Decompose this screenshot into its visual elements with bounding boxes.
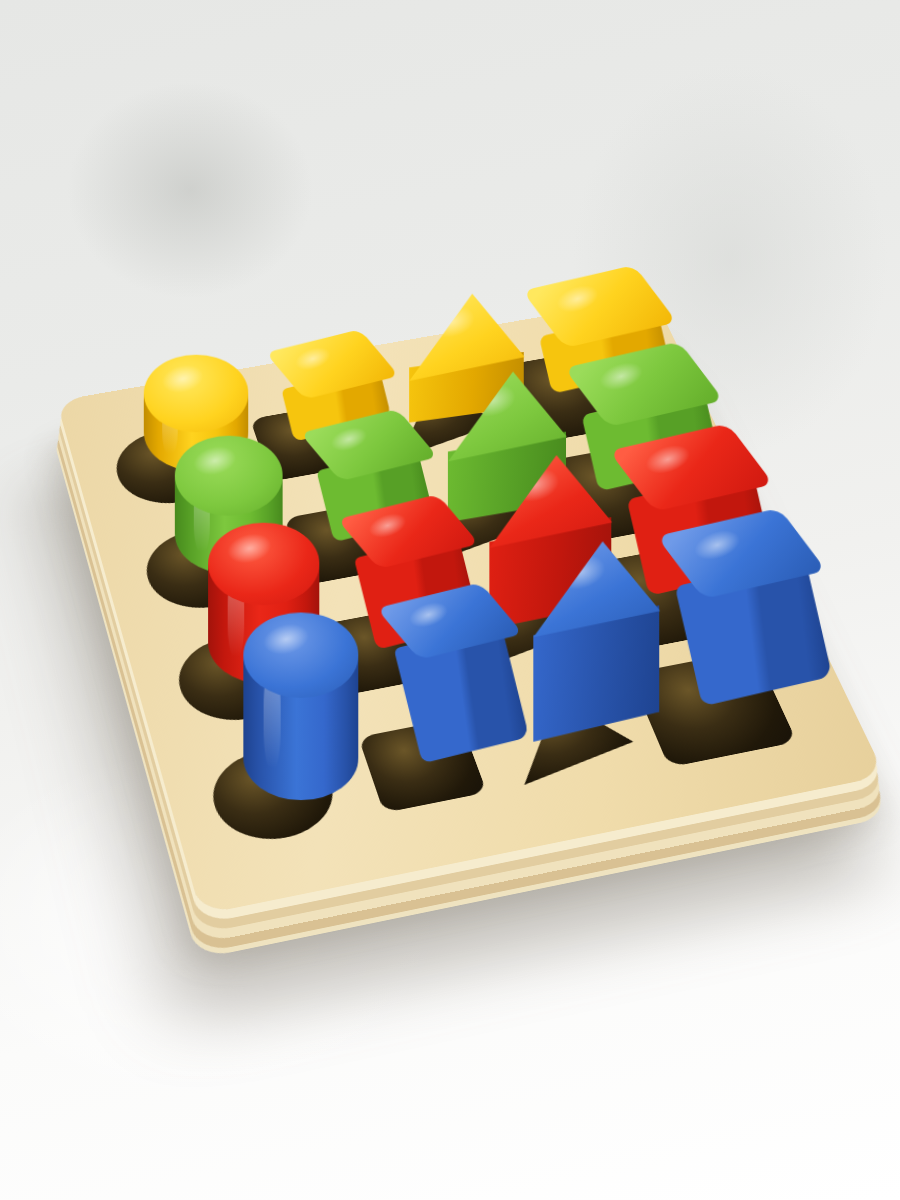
photo-stage — [0, 0, 900, 1200]
piece-blue-big-cube[interactable] — [671, 518, 810, 714]
face-top — [175, 436, 283, 516]
face-top — [144, 355, 249, 433]
piece-blue-cube[interactable] — [388, 591, 513, 771]
face-top — [244, 613, 359, 698]
piece-blue-cylinder[interactable] — [244, 613, 359, 801]
cell-blue-cylinder — [197, 711, 374, 852]
scene — [0, 0, 900, 1200]
face-top — [208, 522, 319, 605]
cell-blue-cube — [344, 683, 523, 822]
sorting-board — [56, 297, 885, 915]
piece-blue-triangle[interactable] — [533, 540, 661, 741]
